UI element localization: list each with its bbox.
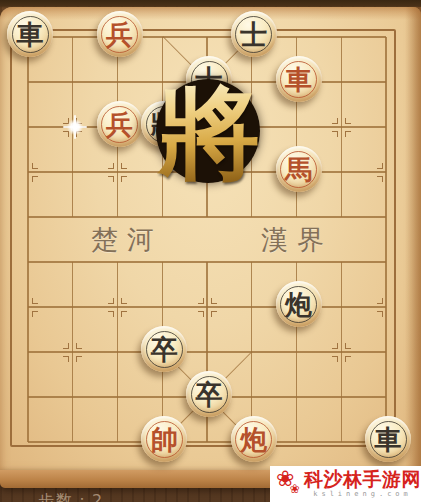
piece-black-cannon[interactable]: 炮 xyxy=(276,281,322,327)
point-marker xyxy=(32,176,38,182)
point-marker xyxy=(211,298,217,304)
grid-line xyxy=(385,37,386,442)
point-marker xyxy=(198,298,204,304)
piece-glyph: 車 xyxy=(7,11,53,57)
watermark: ❀ ❀ 科沙林手游网 kslineng.com xyxy=(270,466,421,502)
point-marker xyxy=(211,311,217,317)
point-marker xyxy=(32,298,38,304)
piece-glyph: 兵 xyxy=(97,101,143,147)
point-marker xyxy=(377,163,383,169)
piece-red-soldier[interactable]: 兵 xyxy=(97,101,143,147)
river-label-right: 漢界 xyxy=(250,224,344,256)
point-marker xyxy=(32,311,38,317)
piece-glyph: 車 xyxy=(276,56,322,102)
grid-line xyxy=(72,262,73,442)
piece-glyph: 帥 xyxy=(141,416,187,462)
piece-black-advisor[interactable]: 士 xyxy=(231,11,277,57)
sparkle-effect xyxy=(67,119,83,135)
piece-black-chariot[interactable]: 車 xyxy=(365,416,411,462)
point-marker xyxy=(377,176,383,182)
point-marker xyxy=(332,343,338,349)
point-marker xyxy=(345,118,351,124)
grid-line xyxy=(341,262,342,442)
piece-black-soldier[interactable]: 卒 xyxy=(186,371,232,417)
point-marker xyxy=(121,163,127,169)
point-marker xyxy=(76,343,82,349)
piece-glyph: 卒 xyxy=(186,371,232,417)
point-marker xyxy=(32,163,38,169)
flower-icon: ❀ ❀ xyxy=(274,468,304,500)
piece-glyph: 卒 xyxy=(141,326,187,372)
grid-line xyxy=(341,37,342,217)
point-marker xyxy=(377,311,383,317)
river-label-left: 楚河 xyxy=(80,224,174,256)
point-marker xyxy=(332,118,338,124)
piece-glyph: 馬 xyxy=(276,146,322,192)
piece-red-cannon[interactable]: 炮 xyxy=(231,416,277,462)
point-marker xyxy=(121,298,127,304)
game-screen: 楚河 漢界 車兵士士車兵將馬炮卒卒帥炮車 將 步数：2 ❀ ❀ 科沙林手游网 k… xyxy=(0,0,421,502)
point-marker xyxy=(332,356,338,362)
piece-glyph: 炮 xyxy=(231,416,277,462)
point-marker xyxy=(108,311,114,317)
point-marker xyxy=(108,298,114,304)
point-marker xyxy=(345,343,351,349)
point-marker xyxy=(108,176,114,182)
piece-red-horse[interactable]: 馬 xyxy=(276,146,322,192)
grid-line xyxy=(117,262,118,442)
point-marker xyxy=(198,311,204,317)
steps-counter: 步数：2 xyxy=(38,491,104,502)
check-banner-text: 將 xyxy=(147,69,271,195)
piece-red-soldier[interactable]: 兵 xyxy=(97,11,143,57)
point-marker xyxy=(377,298,383,304)
watermark-site-name: 科沙林手游网 xyxy=(304,469,421,490)
piece-glyph: 炮 xyxy=(276,281,322,327)
point-marker xyxy=(76,356,82,362)
point-marker xyxy=(63,343,69,349)
piece-glyph: 士 xyxy=(231,11,277,57)
watermark-site-url: kslineng.com xyxy=(313,490,412,499)
piece-red-chariot[interactable]: 車 xyxy=(276,56,322,102)
piece-red-general[interactable]: 帥 xyxy=(141,416,187,462)
piece-glyph: 車 xyxy=(365,416,411,462)
point-marker xyxy=(345,356,351,362)
piece-black-chariot[interactable]: 車 xyxy=(7,11,53,57)
point-marker xyxy=(345,131,351,137)
point-marker xyxy=(121,176,127,182)
point-marker xyxy=(108,163,114,169)
grid-line xyxy=(27,37,28,442)
point-marker xyxy=(332,131,338,137)
point-marker xyxy=(121,311,127,317)
piece-black-soldier[interactable]: 卒 xyxy=(141,326,187,372)
point-marker xyxy=(63,356,69,362)
piece-glyph: 兵 xyxy=(97,11,143,57)
